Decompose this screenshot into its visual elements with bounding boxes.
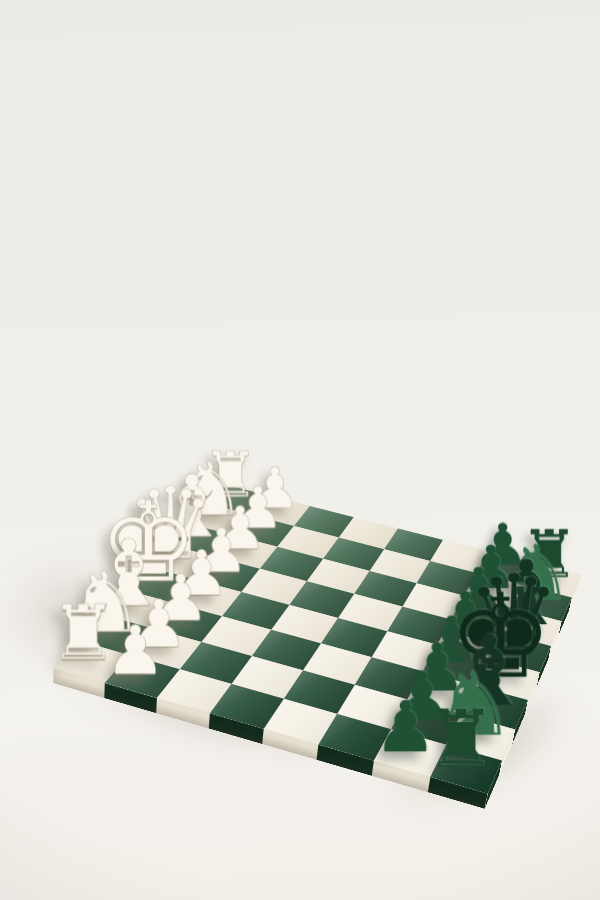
product-photo: ♜♟♟♜♞♟♟♞♝♟♟♝♛♟♟♛♚♟♟♚♝♟♟♝♞♟♟♞♜♟♟♜	[0, 0, 600, 900]
green-rook[interactable]: ♜	[305, 700, 600, 780]
square-h8[interactable]: ♜	[430, 745, 502, 794]
chess-board: ♜♟♟♜♞♟♟♞♝♟♟♝♛♟♟♛♚♟♟♚♝♟♟♝♞♟♟♞♜♟♟♜	[53, 484, 581, 793]
white-pawn[interactable]: ♟	[0, 617, 284, 685]
